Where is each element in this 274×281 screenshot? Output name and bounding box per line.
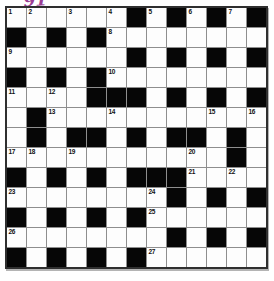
cell-r5c1[interactable]: 11: [7, 88, 26, 107]
cell-r9c11[interactable]: [207, 168, 226, 187]
cell-r4c12[interactable]: [227, 68, 246, 87]
cell-r8c10[interactable]: 20: [187, 148, 206, 167]
cell-r11c8[interactable]: 25: [147, 208, 166, 227]
clue-number-24: 24: [149, 189, 156, 196]
cell-r3c5[interactable]: [87, 48, 106, 67]
crossword-page: 91 1234567891011121314151617181920212223…: [0, 0, 274, 281]
cell-r12c1[interactable]: 26: [7, 228, 26, 247]
cell-r10c4[interactable]: [67, 188, 86, 207]
cell-r7c10-black: [187, 128, 206, 147]
cell-r2c4[interactable]: [67, 28, 86, 47]
cell-r7c1[interactable]: [7, 128, 26, 147]
clue-number-8: 8: [109, 29, 112, 36]
cell-r9c3-black: [47, 168, 66, 187]
cell-r5c6-black: [107, 88, 126, 107]
cell-r8c13[interactable]: [247, 148, 266, 167]
cell-r1c5[interactable]: [87, 8, 106, 27]
cell-r2c13[interactable]: [247, 28, 266, 47]
cell-r6c11[interactable]: 15: [207, 108, 226, 127]
cell-r9c2[interactable]: [27, 168, 46, 187]
cell-r6c13[interactable]: 16: [247, 108, 266, 127]
cell-r8c6[interactable]: [107, 148, 126, 167]
cell-r13c2[interactable]: [27, 248, 46, 267]
cell-r9c1-black: [7, 168, 26, 187]
cell-r13c5-black: [87, 248, 106, 267]
cell-r12c8[interactable]: [147, 228, 166, 247]
clue-number-14: 14: [109, 109, 116, 116]
clue-number-26: 26: [9, 229, 16, 236]
cell-r5c10[interactable]: [187, 88, 206, 107]
cell-r1c2[interactable]: 2: [27, 8, 46, 27]
cell-r8c2[interactable]: 18: [27, 148, 46, 167]
cell-r13c1-black: [7, 248, 26, 267]
cell-r5c11-black: [207, 88, 226, 107]
clue-number-1: 1: [9, 9, 12, 16]
clue-number-13: 13: [49, 109, 56, 116]
cell-r11c2[interactable]: [27, 208, 46, 227]
cell-r7c2-black: [27, 128, 46, 147]
cell-r11c4[interactable]: [67, 208, 86, 227]
cell-r12c10[interactable]: [187, 228, 206, 247]
cell-r5c5-black: [87, 88, 106, 107]
cell-r6c9[interactable]: [167, 108, 186, 127]
cell-r9c13[interactable]: [247, 168, 266, 187]
clue-number-18: 18: [29, 149, 36, 156]
cell-r13c9[interactable]: [167, 248, 186, 267]
cell-r3c6[interactable]: [107, 48, 126, 67]
cell-r2c3-black: [47, 28, 66, 47]
cell-r4c11[interactable]: [207, 68, 226, 87]
cell-r13c4[interactable]: [67, 248, 86, 267]
cell-r9c8-black: [147, 168, 166, 187]
cell-r12c12[interactable]: [227, 228, 246, 247]
cell-r4c3-black: [47, 68, 66, 87]
cell-r1c4[interactable]: 3: [67, 8, 86, 27]
clue-number-15: 15: [209, 109, 216, 116]
cell-r8c12-black: [227, 148, 246, 167]
cell-r10c6[interactable]: [107, 188, 126, 207]
cell-r13c10[interactable]: [187, 248, 206, 267]
cell-r4c4[interactable]: [67, 68, 86, 87]
clue-number-3: 3: [69, 9, 72, 16]
cell-r8c5[interactable]: [87, 148, 106, 167]
cell-r1c13-black: [247, 8, 266, 27]
cell-r10c7[interactable]: [127, 188, 146, 207]
cell-r2c11[interactable]: [207, 28, 226, 47]
cell-r13c11[interactable]: [207, 248, 226, 267]
clue-number-10: 10: [109, 69, 116, 76]
cell-r5c7-black: [127, 88, 146, 107]
cell-r4c5-black: [87, 68, 106, 87]
cell-r13c12[interactable]: [227, 248, 246, 267]
cell-r7c11[interactable]: [207, 128, 226, 147]
cell-r8c11[interactable]: [207, 148, 226, 167]
cell-r9c5-black: [87, 168, 106, 187]
clue-number-27: 27: [149, 249, 156, 256]
cell-r11c13[interactable]: [247, 208, 266, 227]
cell-r1c12[interactable]: 7: [227, 8, 246, 27]
cell-r1c11-black: [207, 8, 226, 27]
cell-r7c9-black: [167, 128, 186, 147]
cell-r1c1[interactable]: 1: [7, 8, 26, 27]
cell-r11c10[interactable]: [187, 208, 206, 227]
cell-r12c3[interactable]: [47, 228, 66, 247]
cell-r8c4[interactable]: 19: [67, 148, 86, 167]
cell-r11c3-black: [47, 208, 66, 227]
cell-r6c2-black: [27, 108, 46, 127]
clue-number-17: 17: [9, 149, 16, 156]
cell-r12c2[interactable]: [27, 228, 46, 247]
cell-r7c5-black: [87, 128, 106, 147]
cell-r2c2[interactable]: [27, 28, 46, 47]
cell-r2c5-black: [87, 28, 106, 47]
cell-r6c12[interactable]: [227, 108, 246, 127]
cell-r10c5[interactable]: [87, 188, 106, 207]
cell-r6c6[interactable]: 14: [107, 108, 126, 127]
cell-r8c7[interactable]: [127, 148, 146, 167]
cell-r12c13-black: [247, 228, 266, 247]
cell-r9c12[interactable]: 22: [227, 168, 246, 187]
cell-r8c9[interactable]: [167, 148, 186, 167]
clue-number-20: 20: [189, 149, 196, 156]
clue-number-12: 12: [49, 89, 56, 96]
cell-r1c7-black: [127, 8, 146, 27]
cell-r5c9-black: [167, 88, 186, 107]
clue-number-4: 4: [109, 9, 112, 16]
cell-r5c2[interactable]: [27, 88, 46, 107]
clue-number-16: 16: [249, 109, 256, 116]
cell-r13c3-black: [47, 248, 66, 267]
cell-r7c4-black: [67, 128, 86, 147]
cell-r9c7-black: [127, 168, 146, 187]
cell-r3c3[interactable]: [47, 48, 66, 67]
cell-r12c7[interactable]: [127, 228, 146, 247]
cell-r3c1[interactable]: 9: [7, 48, 26, 67]
cell-r5c13-black: [247, 88, 266, 107]
cell-r7c8[interactable]: [147, 128, 166, 147]
cell-r2c9[interactable]: [167, 28, 186, 47]
cell-r11c9[interactable]: [167, 208, 186, 227]
cell-r12c9-black: [167, 228, 186, 247]
cell-r6c3[interactable]: 13: [47, 108, 66, 127]
cell-r10c9-black: [167, 188, 186, 207]
cell-r8c8[interactable]: [147, 148, 166, 167]
cell-r7c12-black: [227, 128, 246, 147]
cell-r12c4[interactable]: [67, 228, 86, 247]
cell-r3c4[interactable]: [67, 48, 86, 67]
cell-r6c5[interactable]: [87, 108, 106, 127]
cell-r3c9-black: [167, 48, 186, 67]
clue-number-2: 2: [29, 9, 32, 16]
cell-r13c7-black: [127, 248, 146, 267]
cell-r2c8[interactable]: [147, 28, 166, 47]
cell-r12c6[interactable]: [107, 228, 126, 247]
clue-number-19: 19: [69, 149, 76, 156]
cell-r10c1[interactable]: 23: [7, 188, 26, 207]
cell-r7c6[interactable]: [107, 128, 126, 147]
cell-r8c3[interactable]: [47, 148, 66, 167]
cell-r2c12[interactable]: [227, 28, 246, 47]
clue-number-5: 5: [149, 9, 152, 16]
cell-r10c13-black: [247, 188, 266, 207]
cell-r9c9-black: [167, 168, 186, 187]
clue-number-11: 11: [9, 89, 15, 96]
clue-number-6: 6: [189, 9, 192, 16]
cell-r6c1[interactable]: [7, 108, 26, 127]
cell-r12c11-black: [207, 228, 226, 247]
cell-r3c7-black: [127, 48, 146, 67]
clue-number-25: 25: [149, 209, 156, 216]
cell-r4c7[interactable]: [127, 68, 146, 87]
cell-r4c9[interactable]: [167, 68, 186, 87]
cell-r5c4[interactable]: [67, 88, 86, 107]
cell-r1c10[interactable]: 6: [187, 8, 206, 27]
cell-r1c9-black: [167, 8, 186, 27]
cell-r10c2[interactable]: [27, 188, 46, 207]
cell-r13c13[interactable]: [247, 248, 266, 267]
cell-r12c5[interactable]: [87, 228, 106, 247]
cell-r2c1-black: [7, 28, 26, 47]
cell-r3c11-black: [207, 48, 226, 67]
clue-number-7: 7: [229, 9, 232, 16]
cell-r8c1[interactable]: 17: [7, 148, 26, 167]
clue-number-23: 23: [9, 189, 16, 196]
cell-r2c7[interactable]: [127, 28, 146, 47]
cell-r4c1-black: [7, 68, 26, 87]
cell-r11c6[interactable]: [107, 208, 126, 227]
cell-r11c12[interactable]: [227, 208, 246, 227]
cell-r1c8[interactable]: 5: [147, 8, 166, 27]
crossword-grid: 1234567891011121314151617181920212223242…: [5, 6, 268, 269]
cell-r3c13-black: [247, 48, 266, 67]
clue-number-9: 9: [9, 49, 12, 56]
cell-r10c10[interactable]: [187, 188, 206, 207]
clue-number-22: 22: [229, 169, 236, 176]
cell-r10c11-black: [207, 188, 226, 207]
cell-r11c5-black: [87, 208, 106, 227]
cell-r1c6[interactable]: 4: [107, 8, 126, 27]
cell-r3c10[interactable]: [187, 48, 206, 67]
cell-r4c10[interactable]: [187, 68, 206, 87]
clue-number-21: 21: [189, 169, 196, 176]
cell-r9c10[interactable]: 21: [187, 168, 206, 187]
cell-r9c4[interactable]: [67, 168, 86, 187]
cell-r10c3[interactable]: [47, 188, 66, 207]
cell-r4c6[interactable]: 10: [107, 68, 126, 87]
cell-r4c13[interactable]: [247, 68, 266, 87]
cell-r5c3[interactable]: 12: [47, 88, 66, 107]
cell-r6c4[interactable]: [67, 108, 86, 127]
cell-r2c10[interactable]: [187, 28, 206, 47]
cell-r9c6[interactable]: [107, 168, 126, 187]
cell-r3c12[interactable]: [227, 48, 246, 67]
cell-r6c10[interactable]: [187, 108, 206, 127]
cell-r10c8[interactable]: 24: [147, 188, 166, 207]
cell-r3c2[interactable]: [27, 48, 46, 67]
cell-r6c8[interactable]: [147, 108, 166, 127]
cell-r1c3[interactable]: [47, 8, 66, 27]
cell-r10c12[interactable]: [227, 188, 246, 207]
cell-r6c7[interactable]: [127, 108, 146, 127]
cell-r13c8[interactable]: 27: [147, 248, 166, 267]
cell-r13c6[interactable]: [107, 248, 126, 267]
cell-r7c3[interactable]: [47, 128, 66, 147]
cell-r11c1-black: [7, 208, 26, 227]
cell-r7c13[interactable]: [247, 128, 266, 147]
cell-r4c2[interactable]: [27, 68, 46, 87]
cell-r11c7-black: [127, 208, 146, 227]
cell-r7c7-black: [127, 128, 146, 147]
cell-r5c12[interactable]: [227, 88, 246, 107]
cell-r5c8[interactable]: [147, 88, 166, 107]
cell-r4c8[interactable]: [147, 68, 166, 87]
cell-r3c8[interactable]: [147, 48, 166, 67]
cell-r2c6[interactable]: 8: [107, 28, 126, 47]
cell-r11c11[interactable]: [207, 208, 226, 227]
